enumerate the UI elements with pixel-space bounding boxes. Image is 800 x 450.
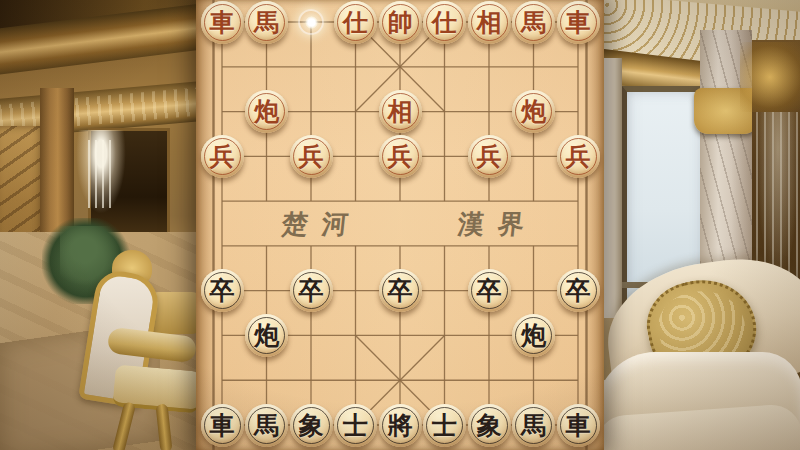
- piece-character: 仕: [343, 10, 368, 35]
- xiangqi-piece[interactable]: 兵: [557, 135, 600, 178]
- xiangqi-piece[interactable]: 兵: [290, 135, 333, 178]
- xiangqi-piece[interactable]: 車: [557, 404, 600, 447]
- piece-character: 象: [477, 413, 502, 438]
- xiangqi-piece[interactable]: 兵: [201, 135, 244, 178]
- piece-character: 馬: [254, 10, 279, 35]
- xiangqi-piece[interactable]: 將: [379, 404, 422, 447]
- xiangqi-piece[interactable]: 卒: [201, 269, 244, 312]
- piece-character: 帥: [388, 10, 413, 35]
- piece-character: 卒: [477, 278, 502, 303]
- xiangqi-piece[interactable]: 車: [557, 1, 600, 44]
- piece-character: 馬: [521, 10, 546, 35]
- xiangqi-piece[interactable]: 士: [423, 404, 466, 447]
- xiangqi-piece[interactable]: 仕: [423, 1, 466, 44]
- piece-character: 兵: [210, 144, 235, 169]
- xiangqi-piece[interactable]: 卒: [468, 269, 511, 312]
- piece-character: 馬: [254, 413, 279, 438]
- xiangqi-piece[interactable]: 象: [290, 404, 333, 447]
- piece-character: 卒: [566, 278, 591, 303]
- piece-character: 炮: [521, 323, 546, 348]
- xiangqi-piece[interactable]: 炮: [245, 90, 288, 133]
- piece-character: 炮: [254, 99, 279, 124]
- xiangqi-piece[interactable]: 炮: [245, 314, 288, 357]
- piece-character: 士: [343, 413, 368, 438]
- piece-character: 炮: [254, 323, 279, 348]
- piece-character: 卒: [299, 278, 324, 303]
- xiangqi-board: 楚河 漢界 車馬仕帥仕相馬車炮相炮兵兵兵兵兵卒卒卒卒卒炮炮車馬象士將士象馬車: [196, 0, 604, 450]
- xiangqi-piece[interactable]: 馬: [245, 1, 288, 44]
- piece-character: 相: [388, 99, 413, 124]
- screenshot-stage: 楚河 漢界 車馬仕帥仕相馬車炮相炮兵兵兵兵兵卒卒卒卒卒炮炮車馬象士將士象馬車: [0, 0, 800, 450]
- xiangqi-piece[interactable]: 卒: [290, 269, 333, 312]
- xiangqi-piece[interactable]: 炮: [512, 90, 555, 133]
- xiangqi-piece[interactable]: 兵: [468, 135, 511, 178]
- piece-character: 兵: [388, 144, 413, 169]
- xiangqi-piece[interactable]: 馬: [245, 404, 288, 447]
- piece-character: 相: [477, 10, 502, 35]
- xiangqi-piece[interactable]: 士: [334, 404, 377, 447]
- river-label-left: 楚河: [250, 205, 394, 243]
- xiangqi-piece[interactable]: 卒: [379, 269, 422, 312]
- piece-character: 兵: [299, 144, 324, 169]
- river-label-right: 漢界: [426, 205, 570, 243]
- piece-character: 馬: [521, 413, 546, 438]
- piece-character: 炮: [521, 99, 546, 124]
- gold-glow: [740, 42, 800, 112]
- piece-character: 卒: [388, 278, 413, 303]
- crystal-sconce: [76, 130, 126, 214]
- piece-character: 卒: [210, 278, 235, 303]
- piece-character: 仕: [432, 10, 457, 35]
- xiangqi-piece[interactable]: 馬: [512, 1, 555, 44]
- piece-character: 士: [432, 413, 457, 438]
- piece-character: 象: [299, 413, 324, 438]
- xiangqi-piece[interactable]: 相: [468, 1, 511, 44]
- piece-character: 將: [388, 413, 413, 438]
- marker-glow-core: [305, 16, 318, 29]
- xiangqi-piece[interactable]: 帥: [379, 1, 422, 44]
- xiangqi-piece[interactable]: 車: [201, 404, 244, 447]
- xiangqi-piece[interactable]: 馬: [512, 404, 555, 447]
- piece-character: 車: [210, 10, 235, 35]
- xiangqi-piece[interactable]: 炮: [512, 314, 555, 357]
- piece-character: 兵: [477, 144, 502, 169]
- xiangqi-piece[interactable]: 相: [379, 90, 422, 133]
- crystal-chandelier: [756, 112, 800, 284]
- piece-character: 車: [566, 10, 591, 35]
- xiangqi-piece[interactable]: 卒: [557, 269, 600, 312]
- xiangqi-piece[interactable]: 車: [201, 1, 244, 44]
- piece-character: 車: [210, 413, 235, 438]
- xiangqi-piece[interactable]: 象: [468, 404, 511, 447]
- piece-character: 兵: [566, 144, 591, 169]
- last-move-origin-marker: [298, 9, 324, 35]
- xiangqi-piece[interactable]: 兵: [379, 135, 422, 178]
- piece-character: 車: [566, 413, 591, 438]
- xiangqi-piece[interactable]: 仕: [334, 1, 377, 44]
